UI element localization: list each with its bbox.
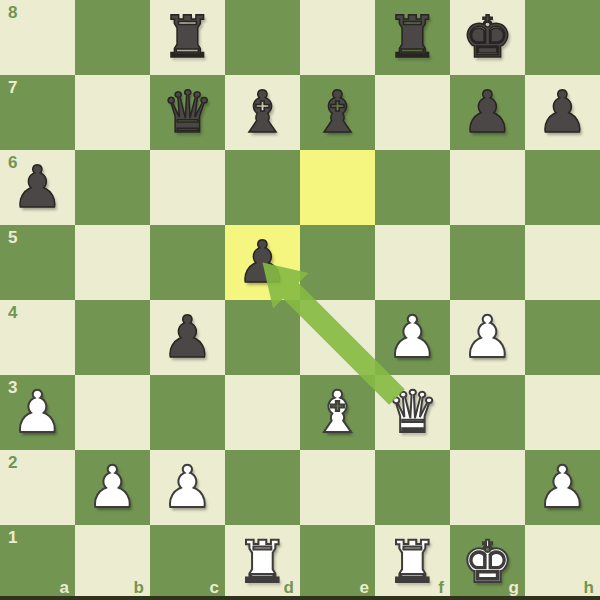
- black-queen-c7[interactable]: ♛: [150, 75, 225, 150]
- square-c3[interactable]: [150, 375, 225, 450]
- black-pawn-d5[interactable]: ♟: [225, 225, 300, 300]
- square-c5[interactable]: [150, 225, 225, 300]
- square-b6[interactable]: [75, 150, 150, 225]
- rank-label-1: 1: [8, 528, 17, 548]
- square-c6[interactable]: [150, 150, 225, 225]
- rank-label-8: 8: [8, 3, 17, 23]
- square-b5[interactable]: [75, 225, 150, 300]
- square-h1[interactable]: h: [525, 525, 600, 600]
- black-bishop-d7[interactable]: ♝: [225, 75, 300, 150]
- white-pawn-h2[interactable]: ♟: [525, 450, 600, 525]
- square-f8[interactable]: ♜: [375, 0, 450, 75]
- square-d6[interactable]: [225, 150, 300, 225]
- square-f2[interactable]: [375, 450, 450, 525]
- square-e4[interactable]: [300, 300, 375, 375]
- square-f7[interactable]: [375, 75, 450, 150]
- white-pawn-b2[interactable]: ♟: [75, 450, 150, 525]
- square-e6[interactable]: [300, 150, 375, 225]
- square-g7[interactable]: ♟: [450, 75, 525, 150]
- square-g8[interactable]: ♚: [450, 0, 525, 75]
- square-g4[interactable]: ♟: [450, 300, 525, 375]
- square-h6[interactable]: [525, 150, 600, 225]
- square-g5[interactable]: [450, 225, 525, 300]
- square-b3[interactable]: [75, 375, 150, 450]
- black-pawn-h7[interactable]: ♟: [525, 75, 600, 150]
- square-h2[interactable]: ♟: [525, 450, 600, 525]
- square-d4[interactable]: [225, 300, 300, 375]
- square-c1[interactable]: c: [150, 525, 225, 600]
- square-d5[interactable]: ♟: [225, 225, 300, 300]
- black-rook-c8[interactable]: ♜: [150, 0, 225, 75]
- square-e3[interactable]: ♝: [300, 375, 375, 450]
- square-e8[interactable]: [300, 0, 375, 75]
- square-h3[interactable]: [525, 375, 600, 450]
- square-g6[interactable]: [450, 150, 525, 225]
- square-a3[interactable]: 3♟: [0, 375, 75, 450]
- black-pawn-a6[interactable]: ♟: [0, 150, 75, 225]
- square-d7[interactable]: ♝: [225, 75, 300, 150]
- square-e7[interactable]: ♝: [300, 75, 375, 150]
- square-f6[interactable]: [375, 150, 450, 225]
- white-king-g1[interactable]: ♚: [450, 525, 525, 600]
- square-h8[interactable]: [525, 0, 600, 75]
- square-h7[interactable]: ♟: [525, 75, 600, 150]
- file-label-h: h: [584, 578, 594, 598]
- square-b1[interactable]: b: [75, 525, 150, 600]
- black-pawn-c4[interactable]: ♟: [150, 300, 225, 375]
- file-label-c: c: [210, 578, 219, 598]
- square-a5[interactable]: 5: [0, 225, 75, 300]
- square-e1[interactable]: e: [300, 525, 375, 600]
- square-h4[interactable]: [525, 300, 600, 375]
- square-b8[interactable]: [75, 0, 150, 75]
- black-pawn-g7[interactable]: ♟: [450, 75, 525, 150]
- square-a1[interactable]: 1a: [0, 525, 75, 600]
- square-d1[interactable]: d♜: [225, 525, 300, 600]
- rank-label-2: 2: [8, 453, 17, 473]
- rank-label-5: 5: [8, 228, 17, 248]
- square-c7[interactable]: ♛: [150, 75, 225, 150]
- square-b7[interactable]: [75, 75, 150, 150]
- square-f3[interactable]: ♛: [375, 375, 450, 450]
- board-bottom-edge: [0, 596, 600, 600]
- square-h5[interactable]: [525, 225, 600, 300]
- square-d3[interactable]: [225, 375, 300, 450]
- square-b2[interactable]: ♟: [75, 450, 150, 525]
- square-g2[interactable]: [450, 450, 525, 525]
- white-pawn-a3[interactable]: ♟: [0, 375, 75, 450]
- square-c2[interactable]: ♟: [150, 450, 225, 525]
- file-label-b: b: [134, 578, 144, 598]
- white-rook-d1[interactable]: ♜: [225, 525, 300, 600]
- square-g3[interactable]: [450, 375, 525, 450]
- square-b4[interactable]: [75, 300, 150, 375]
- white-pawn-f4[interactable]: ♟: [375, 300, 450, 375]
- square-a6[interactable]: 6♟: [0, 150, 75, 225]
- square-f4[interactable]: ♟: [375, 300, 450, 375]
- square-e2[interactable]: [300, 450, 375, 525]
- chess-board: 8♜♜♚7♛♝♝♟♟6♟5♟4♟♟♟3♟♝♛2♟♟♟1abcd♜ef♜g♚h: [0, 0, 600, 600]
- white-pawn-c2[interactable]: ♟: [150, 450, 225, 525]
- white-rook-f1[interactable]: ♜: [375, 525, 450, 600]
- square-a8[interactable]: 8: [0, 0, 75, 75]
- square-a7[interactable]: 7: [0, 75, 75, 150]
- square-d8[interactable]: [225, 0, 300, 75]
- black-king-g8[interactable]: ♚: [450, 0, 525, 75]
- square-a4[interactable]: 4: [0, 300, 75, 375]
- file-label-e: e: [360, 578, 369, 598]
- black-bishop-e7[interactable]: ♝: [300, 75, 375, 150]
- square-e5[interactable]: [300, 225, 375, 300]
- white-bishop-e3[interactable]: ♝: [300, 375, 375, 450]
- file-label-a: a: [60, 578, 69, 598]
- rank-label-7: 7: [8, 78, 17, 98]
- square-f5[interactable]: [375, 225, 450, 300]
- square-c8[interactable]: ♜: [150, 0, 225, 75]
- rank-label-4: 4: [8, 303, 17, 323]
- white-queen-f3[interactable]: ♛: [375, 375, 450, 450]
- white-pawn-g4[interactable]: ♟: [450, 300, 525, 375]
- black-rook-f8[interactable]: ♜: [375, 0, 450, 75]
- square-a2[interactable]: 2: [0, 450, 75, 525]
- square-c4[interactable]: ♟: [150, 300, 225, 375]
- square-d2[interactable]: [225, 450, 300, 525]
- square-f1[interactable]: f♜: [375, 525, 450, 600]
- square-g1[interactable]: g♚: [450, 525, 525, 600]
